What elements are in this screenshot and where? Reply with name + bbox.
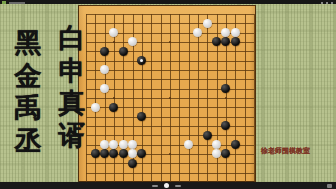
grid-line-horizontal <box>86 163 254 164</box>
white-player-name-column: 白申真谞 <box>56 22 88 152</box>
player-name-char: 黑 <box>12 27 44 60</box>
app-icon <box>2 1 6 4</box>
white-stone[interactable] <box>119 140 128 149</box>
black-player-name-column: 黑金禹丞 <box>12 27 44 157</box>
player-name-char: 谞 <box>56 120 88 153</box>
black-stone[interactable] <box>137 149 146 158</box>
white-stone[interactable] <box>128 140 137 149</box>
black-stone[interactable] <box>119 149 128 158</box>
grid-line-vertical <box>198 14 199 182</box>
black-stone[interactable] <box>212 37 221 46</box>
window-title-text <box>9 2 25 4</box>
bottom-toolbar <box>0 182 336 189</box>
white-stone[interactable] <box>100 140 109 149</box>
watermark-text: 徐老师围棋教室 <box>261 146 310 156</box>
white-stone[interactable] <box>212 140 221 149</box>
black-stone[interactable] <box>109 149 118 158</box>
fullscreen-icon[interactable] <box>327 184 332 188</box>
black-stone[interactable] <box>100 47 109 56</box>
white-stone[interactable] <box>109 140 118 149</box>
black-stone[interactable] <box>221 121 230 130</box>
black-stone[interactable] <box>91 149 100 158</box>
player-name-char: 申 <box>56 55 88 88</box>
grid-line-horizontal <box>86 173 254 174</box>
black-stone[interactable] <box>128 159 137 168</box>
white-stone[interactable] <box>100 84 109 93</box>
grid-line-vertical <box>245 14 246 182</box>
black-stone[interactable] <box>221 84 230 93</box>
white-stone[interactable] <box>231 28 240 37</box>
white-stone[interactable] <box>203 19 212 28</box>
black-stone[interactable] <box>221 149 230 158</box>
white-stone[interactable] <box>128 149 137 158</box>
go-board[interactable] <box>78 5 256 182</box>
next-move-icon[interactable] <box>175 185 181 187</box>
prev-move-icon[interactable] <box>152 185 158 187</box>
play-toggle-knob-icon[interactable] <box>164 183 169 188</box>
white-stone[interactable] <box>221 28 230 37</box>
white-stone[interactable] <box>212 149 221 158</box>
black-stone[interactable] <box>231 140 240 149</box>
black-stone[interactable] <box>231 37 240 46</box>
grid-line-vertical <box>254 14 255 182</box>
grid-line-vertical <box>179 14 180 182</box>
grid-line-vertical <box>189 14 190 182</box>
black-stone[interactable] <box>221 37 230 46</box>
black-stone[interactable] <box>119 47 128 56</box>
white-stone[interactable] <box>91 103 100 112</box>
player-name-char: 白 <box>56 22 88 55</box>
player-name-char: 丞 <box>12 125 44 158</box>
window-titlebar <box>0 0 336 4</box>
player-name-char: 禹 <box>12 92 44 125</box>
black-stone[interactable] <box>109 103 118 112</box>
white-stone[interactable] <box>128 37 137 46</box>
white-stone[interactable] <box>193 28 202 37</box>
white-stone[interactable] <box>184 140 193 149</box>
window-controls-icon[interactable] <box>321 2 333 4</box>
grid-line-horizontal <box>86 117 254 118</box>
player-name-char: 真 <box>56 87 88 120</box>
white-stone[interactable] <box>100 65 109 74</box>
player-name-char: 金 <box>12 60 44 93</box>
black-stone[interactable] <box>100 149 109 158</box>
black-stone[interactable] <box>203 131 212 140</box>
black-stone[interactable] <box>137 112 146 121</box>
grid-line-vertical <box>207 14 208 182</box>
white-stone[interactable] <box>109 28 118 37</box>
grid-line-horizontal <box>86 135 254 136</box>
screen: { "game": "go", "board": { "size": 19, "… <box>0 0 336 189</box>
